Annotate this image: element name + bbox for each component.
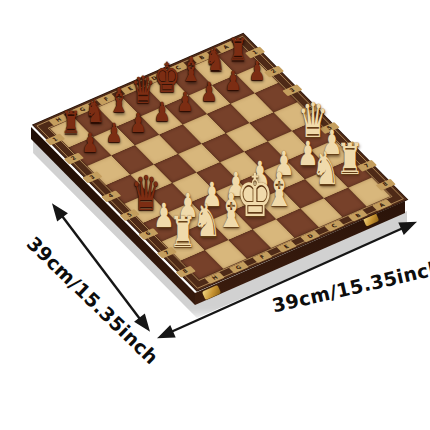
arrowhead-icon	[158, 327, 174, 341]
rank-label-right: 4	[301, 103, 321, 115]
rank-label-left: 7	[157, 247, 177, 259]
rank-label-left: 1	[45, 134, 65, 146]
chess-board: HH11GG22FF33EE44DD55CC66BB77AA88	[33, 34, 407, 291]
rank-label-left: 5	[120, 209, 140, 221]
rank-label-left: 3	[82, 171, 102, 183]
rank-label-right: 2	[264, 66, 284, 78]
rank-label-right: 1	[245, 47, 265, 59]
rank-label-left: 2	[64, 153, 84, 165]
rank-label-left: 8	[176, 266, 196, 278]
rank-label-right: 3	[282, 84, 302, 96]
rank-label-right: 6	[338, 141, 358, 153]
rank-label-right: 8	[376, 179, 396, 191]
rank-label-right: 5	[320, 122, 340, 134]
rank-label-left: 6	[138, 228, 158, 240]
rank-label-left: 4	[101, 190, 121, 202]
product-photo-scene: HH11GG22FF33EE44DD55CC66BB77AA88 ♜♞♝♚♝♞♜…	[0, 0, 430, 430]
arrowhead-icon	[50, 203, 66, 219]
rank-label-right: 7	[357, 160, 377, 172]
